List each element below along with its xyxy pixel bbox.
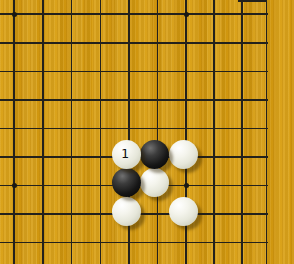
grid-line-vertical <box>241 0 243 264</box>
grid-line-vertical <box>213 0 215 264</box>
grid-line-vertical <box>100 0 102 264</box>
star-point-K16 <box>12 12 17 17</box>
go-board[interactable]: 1 <box>0 0 294 264</box>
grid-line-horizontal <box>0 128 268 130</box>
black-stone-O10 <box>112 168 141 197</box>
white-stone-O11: 1 <box>112 140 141 169</box>
grid-line-vertical <box>71 0 73 264</box>
grid-line-horizontal <box>0 242 268 244</box>
white-stone-Q11 <box>169 140 198 169</box>
white-stone-O9 <box>112 197 141 226</box>
grid-line-horizontal <box>0 42 268 44</box>
wood-texture <box>0 0 294 264</box>
move-number-label: 1 <box>121 147 129 160</box>
star-point-K10 <box>12 183 17 188</box>
grid-line-vertical <box>42 0 44 264</box>
white-stone-P10 <box>140 168 169 197</box>
grid-line-vertical <box>157 0 159 264</box>
white-stone-Q9 <box>169 197 198 226</box>
grid-line-vertical <box>13 0 15 264</box>
grid-line-horizontal <box>0 71 268 73</box>
grid-line-fragment-top <box>238 0 267 2</box>
grid-line-horizontal <box>0 99 268 101</box>
black-stone-P11 <box>140 140 169 169</box>
board-right-edge-line <box>266 0 268 264</box>
star-point-Q16 <box>184 12 189 17</box>
star-point-Q10 <box>184 183 189 188</box>
grid-line-horizontal <box>0 13 268 15</box>
